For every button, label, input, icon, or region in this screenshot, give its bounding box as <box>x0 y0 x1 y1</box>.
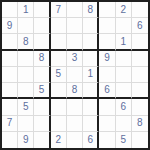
cell-r2c5[interactable] <box>67 18 83 34</box>
cell-r4c3[interactable]: 8 <box>34 51 50 67</box>
cell-r5c1[interactable] <box>2 67 18 83</box>
cell-r9c1[interactable] <box>2 132 18 148</box>
cell-r2c7[interactable] <box>99 18 115 34</box>
cell-r6c4[interactable] <box>51 83 67 99</box>
cell-r7c1[interactable] <box>2 99 18 115</box>
cell-r5c3[interactable] <box>34 67 50 83</box>
cell-r7c5[interactable] <box>67 99 83 115</box>
cell-r4c6[interactable] <box>83 51 99 67</box>
cell-r7c3[interactable] <box>34 99 50 115</box>
cell-r2c2[interactable] <box>18 18 34 34</box>
cell-r7c4[interactable] <box>51 99 67 115</box>
cell-r6c8[interactable] <box>116 83 132 99</box>
cell-r1c6[interactable]: 8 <box>83 2 99 18</box>
cell-r6c3[interactable]: 5 <box>34 83 50 99</box>
cell-r6c5[interactable]: 8 <box>67 83 83 99</box>
cell-r7c7[interactable] <box>99 99 115 115</box>
cell-r5c7[interactable] <box>99 67 115 83</box>
cell-r6c7[interactable]: 6 <box>99 83 115 99</box>
cell-r8c3[interactable] <box>34 116 50 132</box>
cell-r6c6[interactable] <box>83 83 99 99</box>
cell-r4c4[interactable] <box>51 51 67 67</box>
cell-r8c6[interactable] <box>83 116 99 132</box>
cell-r3c9[interactable] <box>132 34 148 50</box>
cell-r6c1[interactable] <box>2 83 18 99</box>
cell-r5c5[interactable] <box>67 67 83 83</box>
cell-r3c5[interactable] <box>67 34 83 50</box>
cell-r3c3[interactable] <box>34 34 50 50</box>
cell-r9c3[interactable] <box>34 132 50 148</box>
cell-r9c5[interactable] <box>67 132 83 148</box>
cell-r5c2[interactable] <box>18 67 34 83</box>
cell-r4c1[interactable] <box>2 51 18 67</box>
cell-r3c1[interactable] <box>2 34 18 50</box>
cell-r4c8[interactable] <box>116 51 132 67</box>
cell-r8c4[interactable] <box>51 116 67 132</box>
cell-r2c4[interactable] <box>51 18 67 34</box>
cell-r3c8[interactable]: 1 <box>116 34 132 50</box>
cell-r5c6[interactable]: 1 <box>83 67 99 83</box>
cell-r1c5[interactable] <box>67 2 83 18</box>
cell-r2c8[interactable] <box>116 18 132 34</box>
cell-r3c7[interactable] <box>99 34 115 50</box>
cell-r3c2[interactable]: 8 <box>18 34 34 50</box>
cell-r1c1[interactable] <box>2 2 18 18</box>
cell-r2c6[interactable] <box>83 18 99 34</box>
cell-r7c2[interactable]: 5 <box>18 99 34 115</box>
cell-r3c6[interactable] <box>83 34 99 50</box>
cell-r9c2[interactable]: 9 <box>18 132 34 148</box>
cell-r9c4[interactable]: 2 <box>51 132 67 148</box>
cell-r8c9[interactable]: 8 <box>132 116 148 132</box>
cell-r9c6[interactable]: 6 <box>83 132 99 148</box>
cell-r8c7[interactable] <box>99 116 115 132</box>
cell-r4c9[interactable] <box>132 51 148 67</box>
cell-r8c2[interactable] <box>18 116 34 132</box>
cell-r7c6[interactable] <box>83 99 99 115</box>
cell-r2c1[interactable]: 9 <box>2 18 18 34</box>
cell-r1c3[interactable] <box>34 2 50 18</box>
cell-r1c7[interactable] <box>99 2 115 18</box>
sudoku-board: 178296818395158656789265 <box>0 0 150 150</box>
cell-r8c1[interactable]: 7 <box>2 116 18 132</box>
cell-r9c8[interactable]: 5 <box>116 132 132 148</box>
cell-r8c8[interactable] <box>116 116 132 132</box>
cell-r2c3[interactable] <box>34 18 50 34</box>
cell-r6c2[interactable] <box>18 83 34 99</box>
cell-r4c5[interactable]: 3 <box>67 51 83 67</box>
cell-r6c9[interactable] <box>132 83 148 99</box>
cell-r1c9[interactable] <box>132 2 148 18</box>
cell-r1c2[interactable]: 1 <box>18 2 34 18</box>
cell-r7c9[interactable] <box>132 99 148 115</box>
cell-r8c5[interactable] <box>67 116 83 132</box>
cell-r5c9[interactable] <box>132 67 148 83</box>
cell-r4c7[interactable]: 9 <box>99 51 115 67</box>
cell-r1c4[interactable]: 7 <box>51 2 67 18</box>
cell-r5c8[interactable] <box>116 67 132 83</box>
cell-r9c7[interactable] <box>99 132 115 148</box>
cell-r7c8[interactable]: 6 <box>116 99 132 115</box>
cell-r5c4[interactable]: 5 <box>51 67 67 83</box>
cell-r9c9[interactable] <box>132 132 148 148</box>
cell-r2c9[interactable]: 6 <box>132 18 148 34</box>
cell-r1c8[interactable]: 2 <box>116 2 132 18</box>
cell-r4c2[interactable] <box>18 51 34 67</box>
cell-r3c4[interactable] <box>51 34 67 50</box>
